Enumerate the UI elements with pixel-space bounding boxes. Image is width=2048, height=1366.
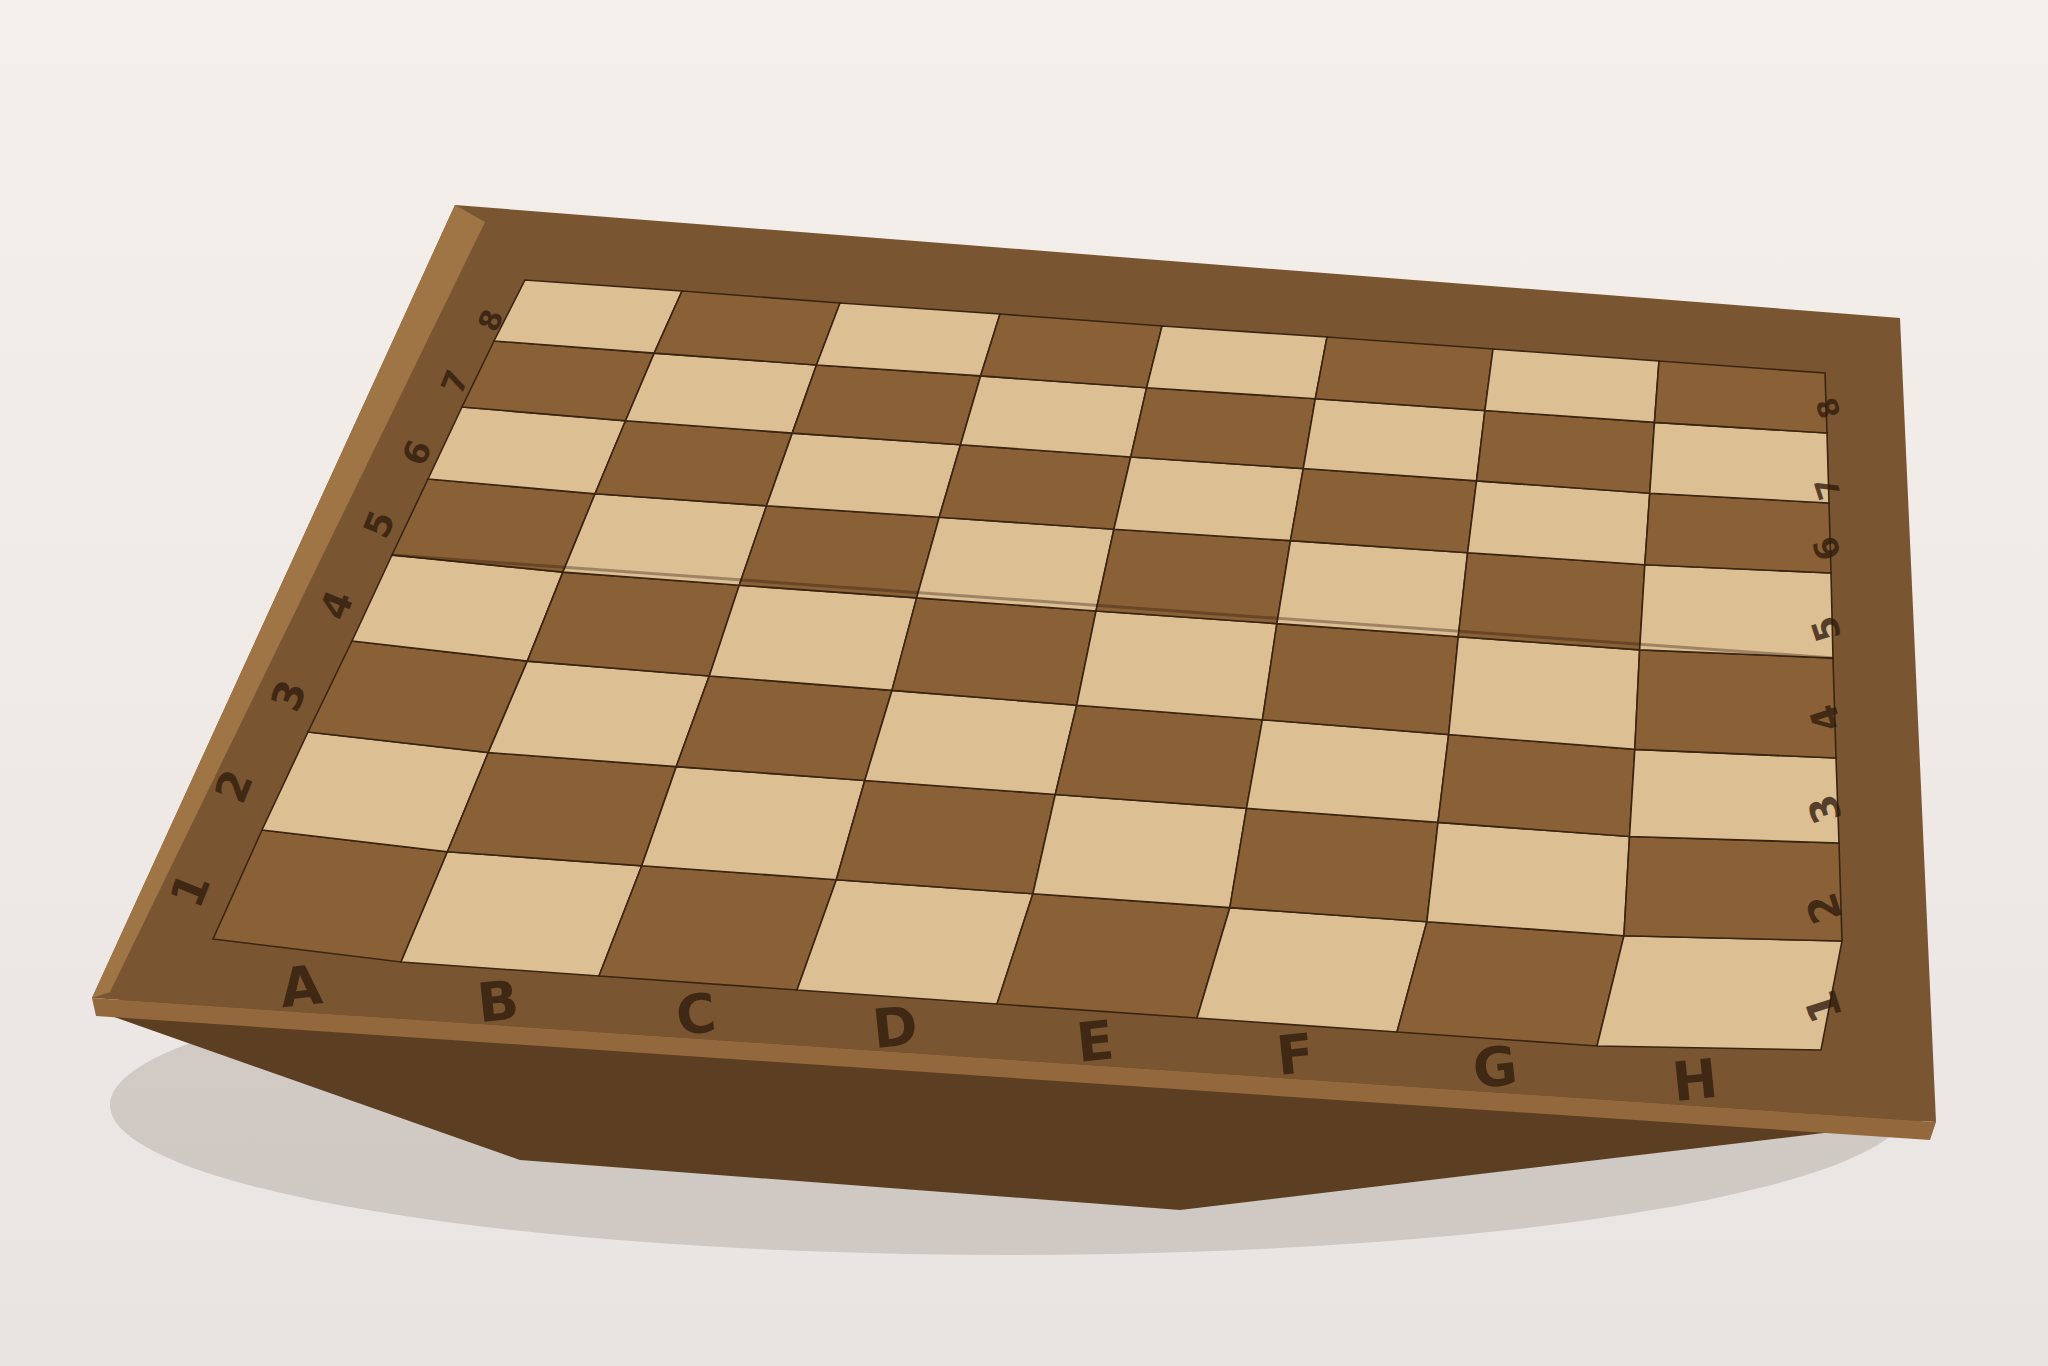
square-g7: [1477, 411, 1655, 494]
square-e4: [1077, 611, 1277, 720]
square-a7: [462, 341, 654, 421]
square-c1: [599, 866, 836, 990]
square-e3: [1055, 705, 1262, 808]
square-h4: [1635, 650, 1836, 758]
square-d6: [939, 445, 1131, 530]
square-d2: [836, 780, 1055, 893]
square-b2: [447, 753, 676, 866]
square-e1: [997, 894, 1230, 1018]
square-g1: [1397, 922, 1624, 1046]
file-label-near-G: G: [1470, 1034, 1521, 1101]
square-h1: [1597, 936, 1842, 1050]
square-f7: [1303, 399, 1485, 481]
square-d1: [797, 880, 1033, 1004]
square-e8: [1147, 326, 1327, 399]
square-f8: [1315, 337, 1493, 411]
square-d4: [892, 598, 1096, 705]
square-b8: [654, 291, 840, 365]
square-a8: [494, 280, 682, 353]
file-label-near-B: B: [474, 968, 522, 1035]
square-c6: [767, 433, 961, 517]
square-g4: [1449, 637, 1640, 750]
square-e7: [1131, 388, 1316, 469]
square-c4: [709, 585, 916, 690]
square-c8: [817, 303, 1001, 376]
square-e5: [1096, 529, 1290, 623]
square-f5: [1277, 541, 1468, 637]
square-g2: [1427, 822, 1630, 935]
square-g6: [1468, 481, 1650, 565]
square-f6: [1290, 469, 1476, 553]
square-g5: [1458, 553, 1645, 650]
square-b3: [488, 661, 709, 767]
square-d7: [961, 376, 1147, 457]
file-label-near-F: F: [1273, 1021, 1316, 1088]
square-h7: [1650, 422, 1829, 503]
square-h5: [1640, 565, 1833, 658]
square-f1: [1197, 908, 1427, 1032]
file-label-near-A: A: [277, 953, 325, 1020]
square-f3: [1247, 720, 1449, 823]
square-h6: [1645, 493, 1831, 573]
chessboard: 1234567812345678ABCDEFGH: [0, 0, 2048, 1366]
square-e2: [1033, 795, 1247, 908]
square-b7: [626, 353, 817, 433]
file-label-near-H: H: [1669, 1047, 1721, 1114]
file-label-near-D: D: [869, 994, 920, 1061]
square-b6: [595, 421, 792, 506]
square-d5: [917, 517, 1114, 611]
chess-photo-scene: 1234567812345678ABCDEFGH: [0, 0, 2048, 1366]
square-b4: [527, 572, 739, 676]
square-d8: [981, 314, 1162, 388]
square-e6: [1114, 457, 1303, 541]
square-f2: [1230, 808, 1438, 921]
square-h8: [1654, 361, 1827, 433]
square-c7: [792, 365, 980, 445]
square-f4: [1262, 624, 1458, 735]
square-c5: [739, 506, 939, 598]
square-g3: [1438, 735, 1635, 837]
square-d3: [865, 690, 1077, 794]
file-label-near-C: C: [673, 981, 719, 1048]
file-label-near-E: E: [1073, 1008, 1116, 1075]
square-b5: [563, 494, 767, 585]
square-g8: [1485, 349, 1659, 422]
square-a6: [428, 407, 626, 494]
square-c2: [642, 767, 865, 880]
square-c3: [676, 676, 892, 781]
